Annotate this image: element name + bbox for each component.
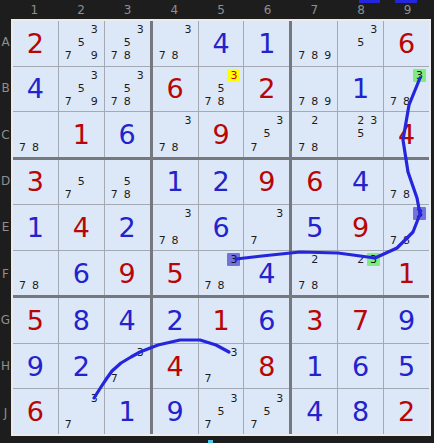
cell-G7[interactable]: 3 [292, 298, 337, 343]
box-6: 647859378278231 [292, 160, 429, 296]
candidate-F7-8[interactable]: 8 [308, 279, 321, 292]
candidate-slot-empty [134, 49, 147, 62]
candidate-J2-7[interactable]: 7 [62, 418, 75, 431]
cell-H2[interactable]: 2 [59, 344, 104, 389]
cell-E4[interactable]: 378 [153, 205, 198, 250]
candidate-slot-empty [29, 253, 42, 266]
candidate-B7-7[interactable]: 7 [295, 95, 308, 108]
candidate-B5-7[interactable]: 7 [202, 95, 215, 108]
cell-A6[interactable]: 1 [244, 21, 289, 66]
cell-J9[interactable]: 2 [384, 389, 429, 434]
value-J4: 9 [153, 389, 198, 434]
box-1: 2357935784357935787816 [13, 21, 150, 157]
candidate-C6-5[interactable]: 5 [260, 127, 273, 140]
col-label-3: 3 [104, 0, 151, 19]
candidate-slot-empty [295, 69, 308, 82]
candidate-slot-empty [62, 162, 75, 175]
candidate-C8-3[interactable]: 3 [367, 114, 380, 127]
candidate-A4-3[interactable]: 3 [182, 23, 195, 36]
candidate-C6-7[interactable]: 7 [247, 140, 260, 153]
candidate-slot-empty [75, 49, 88, 62]
value-B4: 6 [153, 67, 198, 112]
cell-A9[interactable]: 6 [384, 21, 429, 66]
box-2: 378416357823789357 [153, 21, 290, 157]
row-label-J: J [0, 390, 11, 436]
candidate-slot-empty [202, 359, 215, 372]
candidate-B7-9[interactable]: 9 [321, 95, 334, 108]
candidate-slot-empty [202, 391, 215, 404]
cell-G5[interactable]: 1 [199, 298, 244, 343]
candidate-slot-empty [367, 140, 380, 153]
candidate-J2-3[interactable]: 3 [88, 391, 101, 404]
value-D7: 6 [292, 160, 337, 205]
candidates-A2: 3579 [62, 23, 101, 63]
candidates-F8: 23 [341, 253, 380, 293]
candidate-H3-3[interactable]: 3 [134, 346, 147, 359]
candidate-J6-7[interactable]: 7 [247, 418, 260, 431]
candidate-slot-empty [16, 127, 29, 140]
value-F2: 6 [59, 251, 104, 296]
candidate-E4-8[interactable]: 8 [169, 234, 182, 247]
candidate-slot-empty [215, 418, 228, 431]
candidate-C7-7[interactable]: 7 [295, 140, 308, 153]
cell-E6[interactable]: 37 [244, 205, 289, 250]
candidate-slot-empty [156, 114, 169, 127]
cell-C1[interactable]: 78 [13, 112, 58, 157]
candidate-B9-8[interactable]: 8 [400, 95, 413, 108]
col-label-7: 7 [291, 0, 338, 19]
candidate-C4-3[interactable]: 3 [182, 114, 195, 127]
candidate-B3-7[interactable]: 7 [108, 95, 121, 108]
candidate-A2-5[interactable]: 5 [75, 36, 88, 49]
cell-G9[interactable]: 9 [384, 298, 429, 343]
cell-H8[interactable]: 6 [338, 344, 383, 389]
candidate-slot-empty [169, 207, 182, 220]
candidate-slot-empty [108, 82, 121, 95]
candidate-slot-empty [321, 127, 334, 140]
candidate-slot-empty [202, 253, 215, 266]
cell-H6[interactable]: 8 [244, 344, 289, 389]
cell-G4[interactable]: 2 [153, 298, 198, 343]
col-label-1: 1 [11, 0, 58, 19]
cell-C8[interactable]: 235 [338, 112, 383, 157]
candidate-slot-empty [202, 266, 215, 279]
value-H4: 4 [153, 344, 198, 389]
cell-G2[interactable]: 8 [59, 298, 104, 343]
candidate-J5-3[interactable]: 3 [227, 391, 240, 404]
candidate-slot-empty [227, 279, 240, 292]
candidate-H5-7[interactable]: 7 [202, 372, 215, 385]
cell-E3[interactable]: 2 [105, 205, 150, 250]
candidate-A7-7[interactable]: 7 [295, 49, 308, 62]
cell-J2[interactable]: 37 [59, 389, 104, 434]
value-B8: 1 [338, 67, 383, 112]
candidate-B2-7[interactable]: 7 [62, 95, 75, 108]
candidate-slot-empty [341, 49, 354, 62]
candidate-slot-empty [88, 175, 101, 188]
candidate-J5-7[interactable]: 7 [202, 418, 215, 431]
row-label-G: G [0, 297, 11, 343]
candidate-F5-7[interactable]: 7 [202, 279, 215, 292]
candidate-A4-7[interactable]: 7 [156, 49, 169, 62]
candidate-slot-empty [308, 82, 321, 95]
candidate-D2-7[interactable]: 7 [62, 188, 75, 201]
candidate-slot-empty [227, 405, 240, 418]
candidate-slot-empty [169, 36, 182, 49]
cell-A5[interactable]: 4 [199, 21, 244, 66]
candidate-H3-7[interactable]: 7 [108, 372, 121, 385]
candidate-slot-empty [215, 372, 228, 385]
cell-B1[interactable]: 4 [13, 67, 58, 112]
candidates-D3: 578 [108, 162, 147, 202]
candidate-slot-empty [341, 279, 354, 292]
cell-B3[interactable]: 3578 [105, 67, 150, 112]
cell-D2[interactable]: 57 [59, 160, 104, 205]
candidate-slot-empty [247, 114, 260, 127]
candidate-slot-empty [214, 266, 227, 279]
candidate-D9-7[interactable]: 7 [387, 188, 400, 201]
cell-F6[interactable]: 4 [244, 251, 289, 296]
candidate-slot-empty [367, 279, 380, 292]
cell-B7[interactable]: 789 [292, 67, 337, 112]
candidate-slot-empty [227, 82, 240, 95]
candidate-slot-empty [134, 359, 147, 372]
candidate-B9-7[interactable]: 7 [387, 95, 400, 108]
value-G2: 8 [59, 298, 104, 343]
candidate-slot-empty [308, 266, 321, 279]
candidate-B2-9[interactable]: 9 [88, 95, 101, 108]
cell-B5[interactable]: 3578 [199, 67, 244, 112]
candidate-slot-empty [134, 188, 147, 201]
candidate-slot-empty [202, 405, 215, 418]
cell-G3[interactable]: 4 [105, 298, 150, 343]
candidate-slot-empty [16, 253, 29, 266]
value-G6: 6 [244, 298, 289, 343]
cell-H4[interactable]: 4 [153, 344, 198, 389]
cell-F1[interactable]: 78 [13, 251, 58, 296]
candidate-slot-empty [88, 82, 101, 95]
cell-A1[interactable]: 2 [13, 21, 58, 66]
candidate-F5-3-highlight-violet[interactable]: 3 [227, 253, 240, 266]
cell-H5[interactable]: 37 [199, 344, 244, 389]
cell-B9[interactable]: 378 [384, 67, 429, 112]
candidate-slot-empty [341, 36, 354, 49]
candidate-A8-5[interactable]: 5 [354, 36, 367, 49]
candidate-slot-empty [121, 69, 134, 82]
candidate-slot-empty [227, 372, 240, 385]
candidate-slot-empty [88, 36, 101, 49]
candidate-slot-empty [134, 36, 147, 49]
col-label-2: 2 [58, 0, 105, 19]
value-H1: 9 [13, 344, 58, 389]
candidate-A3-8[interactable]: 8 [121, 49, 134, 62]
candidate-slot-empty [121, 359, 134, 372]
candidate-slot-empty [202, 346, 215, 359]
cell-B2[interactable]: 3579 [59, 67, 104, 112]
sudoku-board: 2357935784357935787816378416357823789357… [11, 19, 431, 436]
candidate-slot-empty [295, 23, 308, 36]
cell-B8[interactable]: 1 [338, 67, 383, 112]
cell-C4[interactable]: 378 [153, 112, 198, 157]
candidates-C1: 78 [16, 114, 55, 154]
candidate-slot-empty [354, 279, 367, 292]
cell-D7[interactable]: 6 [292, 160, 337, 205]
candidate-slot-empty [215, 359, 228, 372]
candidate-slot-empty [321, 253, 334, 266]
cell-J3[interactable]: 1 [105, 389, 150, 434]
candidate-slot-empty [108, 175, 121, 188]
candidate-E9-3-highlight-violet[interactable]: 3 [413, 207, 426, 220]
candidate-slot-empty [260, 234, 273, 247]
candidate-A3-3[interactable]: 3 [134, 23, 147, 36]
cell-D1[interactable]: 3 [13, 160, 58, 205]
candidate-slot-empty [29, 266, 42, 279]
candidate-slot-empty [341, 253, 354, 266]
candidate-E6-3[interactable]: 3 [273, 207, 286, 220]
candidate-slot-empty [75, 418, 88, 431]
candidate-A3-5[interactable]: 5 [121, 36, 134, 49]
candidate-slot-empty [156, 36, 169, 49]
candidate-C8-2[interactable]: 2 [354, 114, 367, 127]
candidate-C4-8[interactable]: 8 [169, 140, 182, 153]
cell-G6[interactable]: 6 [244, 298, 289, 343]
candidate-slot-empty [75, 69, 88, 82]
candidate-D2-5[interactable]: 5 [75, 175, 88, 188]
candidate-B3-5[interactable]: 5 [121, 82, 134, 95]
candidate-slot-empty [400, 69, 413, 82]
cell-A4[interactable]: 378 [153, 21, 198, 66]
candidate-D3-8[interactable]: 8 [121, 188, 134, 201]
candidate-A2-7[interactable]: 7 [62, 49, 75, 62]
value-D5: 2 [199, 160, 244, 205]
candidate-C6-3[interactable]: 3 [273, 114, 286, 127]
candidate-E4-3[interactable]: 3 [182, 207, 195, 220]
candidate-slot-empty [182, 127, 195, 140]
candidate-slot-empty [273, 220, 286, 233]
candidate-slot-empty [121, 346, 134, 359]
candidate-A3-7[interactable]: 7 [108, 49, 121, 62]
candidate-slot-empty [273, 405, 286, 418]
candidate-F1-7[interactable]: 7 [16, 279, 29, 292]
cell-D4[interactable]: 1 [153, 160, 198, 205]
candidate-slot-empty [62, 405, 75, 418]
box-7: 58492376371 [13, 298, 150, 434]
row-label-F: F [0, 251, 11, 297]
value-C5: 9 [199, 112, 244, 157]
candidate-slot-empty [215, 391, 228, 404]
candidates-E4: 378 [156, 207, 195, 247]
candidate-B3-3[interactable]: 3 [134, 69, 147, 82]
candidate-H5-3[interactable]: 3 [227, 346, 240, 359]
candidate-slot-empty [308, 23, 321, 36]
candidate-slot-empty [354, 266, 367, 279]
candidate-C8-5[interactable]: 5 [354, 127, 367, 140]
candidate-C4-7[interactable]: 7 [156, 140, 169, 153]
cell-B4[interactable]: 6 [153, 67, 198, 112]
candidate-slot-empty [134, 162, 147, 175]
sudoku-app-window: 123456789 ABCDEFGHJ 23579357843579357878… [0, 0, 434, 443]
candidate-F5-8[interactable]: 8 [214, 279, 227, 292]
cell-D5[interactable]: 2 [199, 160, 244, 205]
candidate-J5-5[interactable]: 5 [215, 405, 228, 418]
cell-F7[interactable]: 278 [292, 251, 337, 296]
cell-D3[interactable]: 578 [105, 160, 150, 205]
cell-E8[interactable]: 9 [338, 205, 383, 250]
candidate-A4-8[interactable]: 8 [169, 49, 182, 62]
candidate-slot-empty [42, 127, 55, 140]
candidate-slot-empty [202, 82, 215, 95]
value-F9: 1 [384, 251, 429, 296]
candidate-J6-5[interactable]: 5 [260, 405, 273, 418]
cell-G8[interactable]: 7 [338, 298, 383, 343]
cell-C3[interactable]: 6 [105, 112, 150, 157]
candidates-B3: 3578 [108, 69, 147, 109]
candidate-slot-empty [108, 69, 121, 82]
cell-E7[interactable]: 5 [292, 205, 337, 250]
candidate-J6-3[interactable]: 3 [273, 391, 286, 404]
candidate-slot-empty [247, 391, 260, 404]
cell-C9[interactable]: 4 [384, 112, 429, 157]
cell-F8[interactable]: 23 [338, 251, 383, 296]
cell-E2[interactable]: 4 [59, 205, 104, 250]
cell-H3[interactable]: 37 [105, 344, 150, 389]
cell-C2[interactable]: 1 [59, 112, 104, 157]
candidate-C7-2[interactable]: 2 [308, 114, 321, 127]
candidate-slot-empty [400, 220, 413, 233]
candidate-slot-empty [202, 69, 215, 82]
cell-H9[interactable]: 5 [384, 344, 429, 389]
cell-D8[interactable]: 4 [338, 160, 383, 205]
candidate-slot-empty [387, 82, 400, 95]
value-A5: 4 [199, 21, 244, 66]
value-C3: 6 [105, 112, 150, 157]
candidate-slot-empty [354, 140, 367, 153]
candidate-slot-empty [367, 49, 380, 62]
candidate-B5-8[interactable]: 8 [214, 95, 227, 108]
cell-A3[interactable]: 3578 [105, 21, 150, 66]
cell-F9[interactable]: 1 [384, 251, 429, 296]
candidate-B5-5[interactable]: 5 [214, 82, 227, 95]
cell-H7[interactable]: 1 [292, 344, 337, 389]
candidate-A7-9[interactable]: 9 [321, 49, 334, 62]
candidate-slot-empty [295, 266, 308, 279]
candidate-F1-8[interactable]: 8 [29, 279, 42, 292]
candidate-A2-3[interactable]: 3 [88, 23, 101, 36]
candidate-D9-8[interactable]: 8 [400, 188, 413, 201]
candidate-B7-8[interactable]: 8 [308, 95, 321, 108]
cell-A7[interactable]: 789 [292, 21, 337, 66]
candidate-C7-8[interactable]: 8 [308, 140, 321, 153]
candidates-A3: 3578 [108, 23, 147, 63]
cell-E5[interactable]: 6 [199, 205, 244, 250]
cell-J6[interactable]: 357 [244, 389, 289, 434]
candidate-slot-empty [273, 418, 286, 431]
candidate-slot-empty [247, 220, 260, 233]
candidate-F8-3-highlight-green[interactable]: 3 [367, 253, 380, 266]
candidate-slot-empty [321, 140, 334, 153]
candidate-E6-7[interactable]: 7 [247, 234, 260, 247]
cell-H1[interactable]: 9 [13, 344, 58, 389]
candidate-B2-5[interactable]: 5 [75, 82, 88, 95]
value-H9: 5 [384, 344, 429, 389]
row-label-H: H [0, 343, 11, 389]
box-4: 3575781427869 [13, 160, 150, 296]
candidate-slot-empty [273, 140, 286, 153]
value-E8: 9 [338, 205, 383, 250]
cell-D9[interactable]: 78 [384, 160, 429, 205]
cell-J4[interactable]: 9 [153, 389, 198, 434]
cell-C5[interactable]: 9 [199, 112, 244, 157]
candidate-D3-5[interactable]: 5 [121, 175, 134, 188]
candidate-slot-empty [367, 266, 380, 279]
candidate-slot-empty [387, 162, 400, 175]
candidate-A8-3[interactable]: 3 [367, 23, 380, 36]
cell-J8[interactable]: 8 [338, 389, 383, 434]
candidate-E4-7[interactable]: 7 [156, 234, 169, 247]
cell-A8[interactable]: 35 [338, 21, 383, 66]
candidate-F7-2[interactable]: 2 [308, 253, 321, 266]
cell-J7[interactable]: 4 [292, 389, 337, 434]
cell-F5[interactable]: 378 [199, 251, 244, 296]
cell-D6[interactable]: 9 [244, 160, 289, 205]
candidate-E9-7[interactable]: 7 [387, 234, 400, 247]
candidate-B3-8[interactable]: 8 [121, 95, 134, 108]
candidate-slot-empty [341, 266, 354, 279]
candidate-slot-empty [367, 36, 380, 49]
candidate-E9-8[interactable]: 8 [400, 234, 413, 247]
candidate-A7-8[interactable]: 8 [308, 49, 321, 62]
candidate-slot-empty [182, 140, 195, 153]
cell-A2[interactable]: 3579 [59, 21, 104, 66]
candidate-slot-empty [321, 82, 334, 95]
cell-F3[interactable]: 9 [105, 251, 150, 296]
cell-C6[interactable]: 357 [244, 112, 289, 157]
cell-F2[interactable]: 6 [59, 251, 104, 296]
candidate-C1-7[interactable]: 7 [16, 140, 29, 153]
candidate-slot-empty [354, 49, 367, 62]
candidate-slot-empty [75, 162, 88, 175]
candidate-slot-empty [42, 266, 55, 279]
cell-C7[interactable]: 278 [292, 112, 337, 157]
candidate-B9-3-highlight-green[interactable]: 3 [413, 69, 426, 82]
candidate-C1-8[interactable]: 8 [29, 140, 42, 153]
value-G3: 4 [105, 298, 150, 343]
cell-J1[interactable]: 6 [13, 389, 58, 434]
cell-F4[interactable]: 5 [153, 251, 198, 296]
cell-J5[interactable]: 357 [199, 389, 244, 434]
candidate-D3-7[interactable]: 7 [108, 188, 121, 201]
cell-E9[interactable]: 378 [384, 205, 429, 250]
cell-E1[interactable]: 1 [13, 205, 58, 250]
top-edge-blue-bar-2 [395, 0, 417, 3]
candidate-A2-9[interactable]: 9 [88, 49, 101, 62]
value-D4: 1 [153, 160, 198, 205]
candidate-B5-3-highlight-yellow[interactable]: 3 [227, 69, 240, 82]
candidate-F8-2[interactable]: 2 [354, 253, 367, 266]
value-J8: 8 [338, 389, 383, 434]
candidate-slot-empty [108, 346, 121, 359]
candidate-slot-empty [215, 346, 228, 359]
candidate-B2-3[interactable]: 3 [88, 69, 101, 82]
cell-G1[interactable]: 5 [13, 298, 58, 343]
candidate-slot-empty [413, 234, 426, 247]
col-label-5: 5 [198, 0, 245, 19]
candidate-F7-7[interactable]: 7 [295, 279, 308, 292]
candidate-slot-empty [367, 127, 380, 140]
candidate-slot-empty [88, 418, 101, 431]
candidate-slot-empty [227, 359, 240, 372]
cell-B6[interactable]: 2 [244, 67, 289, 112]
